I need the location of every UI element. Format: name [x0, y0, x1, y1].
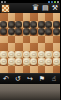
square-h8[interactable]	[53, 13, 61, 21]
black-piece[interactable]: ⛂	[53, 28, 60, 35]
white-piece[interactable]: ⛀	[45, 51, 52, 58]
square-d8[interactable]	[23, 13, 31, 21]
table-background	[0, 84, 60, 100]
square-f2[interactable]: ⛀	[38, 58, 46, 66]
black-piece[interactable]: ⛂	[0, 28, 7, 35]
square-e1[interactable]	[30, 66, 38, 74]
square-a5[interactable]	[0, 36, 8, 44]
square-f8[interactable]	[38, 13, 46, 21]
black-piece[interactable]: ⛂	[15, 21, 22, 28]
square-d2[interactable]: ⛀	[23, 58, 31, 66]
square-e3[interactable]: ⛀	[30, 51, 38, 59]
square-e7[interactable]: ⛂	[30, 21, 38, 29]
square-c6[interactable]: ⛂	[15, 28, 23, 36]
square-g7[interactable]: ⛂	[45, 21, 53, 29]
white-piece[interactable]: ⛀	[23, 58, 30, 65]
square-g4[interactable]	[45, 43, 53, 51]
tools-icon[interactable]: ⚒	[52, 3, 58, 13]
black-piece[interactable]: ⛂	[53, 21, 60, 28]
black-piece[interactable]: ⛂	[45, 21, 52, 28]
square-e2[interactable]: ⛀	[30, 58, 38, 66]
square-f1[interactable]	[38, 66, 46, 74]
black-piece[interactable]: ⛂	[8, 21, 15, 28]
square-h6[interactable]: ⛂	[53, 28, 61, 36]
phone-screen: ♛ ▤ ⚒ ⛂⛂⛂⛂⛂⛂⛂⛂⛂⛂⛂⛂⛂⛂⛂⛂⛀⛀⛀⛀⛀⛀⛀⛀⛀⛀⛀⛀⛀⛀⛀⛀ ↶…	[0, 0, 60, 100]
square-b3[interactable]: ⛀	[8, 51, 16, 59]
square-f3[interactable]: ⛀	[38, 51, 46, 59]
square-f4[interactable]	[38, 43, 46, 51]
white-piece[interactable]: ⛀	[30, 51, 37, 58]
square-b5[interactable]	[8, 36, 16, 44]
square-g3[interactable]: ⛀	[45, 51, 53, 59]
square-f5[interactable]	[38, 36, 46, 44]
square-b6[interactable]: ⛂	[8, 28, 16, 36]
moves-list-icon[interactable]: ▤	[42, 3, 49, 13]
square-c2[interactable]: ⛀	[15, 58, 23, 66]
square-d5[interactable]	[23, 36, 31, 44]
white-piece[interactable]: ⛀	[23, 51, 30, 58]
black-piece[interactable]: ⛂	[38, 21, 45, 28]
square-e4[interactable]	[30, 43, 38, 51]
square-c5[interactable]	[15, 36, 23, 44]
square-g6[interactable]: ⛂	[45, 28, 53, 36]
square-c7[interactable]: ⛂	[15, 21, 23, 29]
board[interactable]: ⛂⛂⛂⛂⛂⛂⛂⛂⛂⛂⛂⛂⛂⛂⛂⛂⛀⛀⛀⛀⛀⛀⛀⛀⛀⛀⛀⛀⛀⛀⛀⛀	[0, 13, 60, 73]
square-b7[interactable]: ⛂	[8, 21, 16, 29]
black-piece[interactable]: ⛂	[23, 21, 30, 28]
white-piece[interactable]: ⛀	[38, 51, 45, 58]
square-h7[interactable]: ⛂	[53, 21, 61, 29]
square-a7[interactable]: ⛂	[0, 21, 8, 29]
white-piece[interactable]: ⛀	[53, 58, 60, 65]
square-h1[interactable]	[53, 66, 61, 74]
square-c8[interactable]	[15, 13, 23, 21]
square-e5[interactable]	[30, 36, 38, 44]
black-piece[interactable]: ⛂	[15, 28, 22, 35]
white-piece[interactable]: ⛀	[15, 51, 22, 58]
white-piece[interactable]: ⛀	[0, 51, 7, 58]
square-h4[interactable]	[53, 43, 61, 51]
white-piece[interactable]: ⛀	[8, 51, 15, 58]
square-d1[interactable]	[23, 66, 31, 74]
square-b8[interactable]	[8, 13, 16, 21]
square-a6[interactable]: ⛂	[0, 28, 8, 36]
square-b2[interactable]: ⛀	[8, 58, 16, 66]
white-piece[interactable]: ⛀	[38, 58, 45, 65]
square-a1[interactable]	[0, 66, 8, 74]
square-d6[interactable]: ⛂	[23, 28, 31, 36]
white-piece[interactable]: ⛀	[15, 58, 22, 65]
square-e8[interactable]	[30, 13, 38, 21]
square-f6[interactable]: ⛂	[38, 28, 46, 36]
action-bar: ♛ ▤ ⚒	[0, 3, 60, 13]
white-piece[interactable]: ⛀	[53, 51, 60, 58]
square-f7[interactable]: ⛂	[38, 21, 46, 29]
square-d4[interactable]	[23, 43, 31, 51]
square-c4[interactable]	[15, 43, 23, 51]
square-a4[interactable]	[0, 43, 8, 51]
square-h2[interactable]: ⛀	[53, 58, 61, 66]
square-g2[interactable]: ⛀	[45, 58, 53, 66]
square-a8[interactable]	[0, 13, 8, 21]
square-b4[interactable]	[8, 43, 16, 51]
black-piece[interactable]: ⛂	[45, 28, 52, 35]
square-e6[interactable]: ⛂	[30, 28, 38, 36]
square-a2[interactable]: ⛀	[0, 58, 8, 66]
square-g1[interactable]	[45, 66, 53, 74]
square-b1[interactable]	[8, 66, 16, 74]
square-a3[interactable]: ⛀	[0, 51, 8, 59]
action-bar-icons: ♛ ▤ ⚒	[32, 3, 58, 13]
checkerboard-logo-icon	[1, 4, 10, 13]
square-c1[interactable]	[15, 66, 23, 74]
white-piece[interactable]: ⛀	[8, 58, 15, 65]
black-piece[interactable]: ⛂	[30, 28, 37, 35]
white-piece[interactable]: ⛀	[0, 58, 7, 65]
black-piece[interactable]: ⛂	[23, 28, 30, 35]
black-piece[interactable]: ⛂	[30, 21, 37, 28]
black-piece[interactable]: ⛂	[38, 28, 45, 35]
square-c3[interactable]: ⛀	[15, 51, 23, 59]
black-piece[interactable]: ⛂	[8, 28, 15, 35]
square-g8[interactable]	[45, 13, 53, 21]
black-piece[interactable]: ⛂	[0, 21, 7, 28]
square-h3[interactable]: ⛀	[53, 51, 61, 59]
square-d3[interactable]: ⛀	[23, 51, 31, 59]
white-piece[interactable]: ⛀	[45, 58, 52, 65]
square-g5[interactable]	[45, 36, 53, 44]
square-d7[interactable]: ⛂	[23, 21, 31, 29]
white-piece[interactable]: ⛀	[30, 58, 37, 65]
square-h5[interactable]	[53, 36, 61, 44]
crown-icon[interactable]: ♛	[32, 3, 39, 13]
